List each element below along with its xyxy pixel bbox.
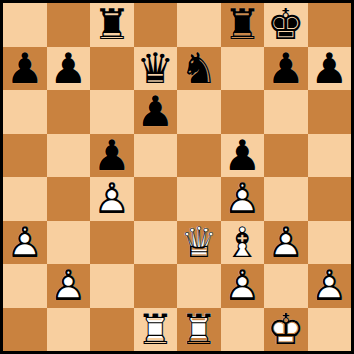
square-a4[interactable] xyxy=(3,177,47,221)
piece-outline-glyph: ♙ xyxy=(6,221,44,264)
square-h7[interactable]: ♟ xyxy=(308,47,352,91)
square-g6[interactable] xyxy=(264,90,308,134)
square-h8[interactable] xyxy=(308,3,352,47)
piece-black-pawn[interactable]: ♟ xyxy=(47,47,91,91)
square-e3[interactable]: ♛♕ xyxy=(177,221,221,265)
square-c5[interactable]: ♟ xyxy=(90,134,134,178)
piece-fill-glyph: ♚ xyxy=(267,3,305,46)
square-a7[interactable]: ♟ xyxy=(3,47,47,91)
piece-white-pawn[interactable]: ♟♙ xyxy=(308,264,352,308)
piece-fill-glyph: ♟ xyxy=(310,47,348,90)
piece-fill-glyph: ♟ xyxy=(93,134,131,177)
square-a6[interactable] xyxy=(3,90,47,134)
square-e1[interactable]: ♜♖ xyxy=(177,308,221,352)
square-b7[interactable]: ♟ xyxy=(47,47,91,91)
piece-outline-glyph: ♔ xyxy=(267,308,305,351)
square-f7[interactable] xyxy=(221,47,265,91)
piece-white-rook[interactable]: ♜♖ xyxy=(177,308,221,352)
square-c8[interactable]: ♜ xyxy=(90,3,134,47)
piece-white-king[interactable]: ♚♔ xyxy=(264,308,308,352)
piece-black-queen[interactable]: ♛ xyxy=(134,47,178,91)
piece-fill-glyph: ♞ xyxy=(180,47,218,90)
square-a8[interactable] xyxy=(3,3,47,47)
square-b5[interactable] xyxy=(47,134,91,178)
piece-white-pawn[interactable]: ♟♙ xyxy=(264,221,308,265)
piece-fill-glyph: ♟ xyxy=(267,47,305,90)
piece-black-pawn[interactable]: ♟ xyxy=(90,134,134,178)
square-b1[interactable] xyxy=(47,308,91,352)
square-e2[interactable] xyxy=(177,264,221,308)
piece-black-pawn[interactable]: ♟ xyxy=(134,90,178,134)
piece-black-rook[interactable]: ♜ xyxy=(221,3,265,47)
piece-fill-glyph: ♛ xyxy=(136,47,174,90)
square-f4[interactable]: ♟♙ xyxy=(221,177,265,221)
piece-black-pawn[interactable]: ♟ xyxy=(221,134,265,178)
piece-white-pawn[interactable]: ♟♙ xyxy=(221,264,265,308)
piece-fill-glyph: ♟ xyxy=(6,47,44,90)
square-d1[interactable]: ♜♖ xyxy=(134,308,178,352)
piece-black-king[interactable]: ♚ xyxy=(264,3,308,47)
square-b8[interactable] xyxy=(47,3,91,47)
piece-outline-glyph: ♙ xyxy=(49,264,87,307)
square-h2[interactable]: ♟♙ xyxy=(308,264,352,308)
piece-outline-glyph: ♙ xyxy=(267,221,305,264)
piece-white-pawn[interactable]: ♟♙ xyxy=(221,177,265,221)
square-b2[interactable]: ♟♙ xyxy=(47,264,91,308)
piece-outline-glyph: ♙ xyxy=(310,264,348,307)
square-h6[interactable] xyxy=(308,90,352,134)
piece-outline-glyph: ♖ xyxy=(136,308,174,351)
piece-outline-glyph: ♕ xyxy=(180,221,218,264)
square-d7[interactable]: ♛ xyxy=(134,47,178,91)
square-h1[interactable] xyxy=(308,308,352,352)
square-b6[interactable] xyxy=(47,90,91,134)
piece-fill-glyph: ♜ xyxy=(93,3,131,46)
square-g2[interactable] xyxy=(264,264,308,308)
piece-black-pawn[interactable]: ♟ xyxy=(3,47,47,91)
piece-black-rook[interactable]: ♜ xyxy=(90,3,134,47)
square-d2[interactable] xyxy=(134,264,178,308)
square-b4[interactable] xyxy=(47,177,91,221)
square-h3[interactable] xyxy=(308,221,352,265)
piece-outline-glyph: ♙ xyxy=(223,177,261,220)
square-g7[interactable]: ♟ xyxy=(264,47,308,91)
piece-fill-glyph: ♟ xyxy=(136,90,174,133)
square-c4[interactable]: ♟♙ xyxy=(90,177,134,221)
square-b3[interactable] xyxy=(47,221,91,265)
square-c1[interactable] xyxy=(90,308,134,352)
square-c2[interactable] xyxy=(90,264,134,308)
piece-fill-glyph: ♜ xyxy=(223,3,261,46)
square-e5[interactable] xyxy=(177,134,221,178)
chess-board: ♜♜♚♟♟♛♞♟♟♟♟♟♟♙♟♙♟♙♛♕♝♗♟♙♟♙♟♙♟♙♜♖♜♖♚♔ xyxy=(0,0,354,354)
square-d8[interactable] xyxy=(134,3,178,47)
piece-black-pawn[interactable]: ♟ xyxy=(308,47,352,91)
square-g3[interactable]: ♟♙ xyxy=(264,221,308,265)
square-f5[interactable]: ♟ xyxy=(221,134,265,178)
square-c3[interactable] xyxy=(90,221,134,265)
square-f8[interactable]: ♜ xyxy=(221,3,265,47)
square-g5[interactable] xyxy=(264,134,308,178)
square-d3[interactable] xyxy=(134,221,178,265)
piece-fill-glyph: ♟ xyxy=(223,134,261,177)
piece-black-knight[interactable]: ♞ xyxy=(177,47,221,91)
piece-white-pawn[interactable]: ♟♙ xyxy=(3,221,47,265)
square-g4[interactable] xyxy=(264,177,308,221)
square-g8[interactable]: ♚ xyxy=(264,3,308,47)
square-e8[interactable] xyxy=(177,3,221,47)
square-c6[interactable] xyxy=(90,90,134,134)
square-a2[interactable] xyxy=(3,264,47,308)
square-f6[interactable] xyxy=(221,90,265,134)
square-c7[interactable] xyxy=(90,47,134,91)
square-a1[interactable] xyxy=(3,308,47,352)
square-d6[interactable]: ♟ xyxy=(134,90,178,134)
square-e6[interactable] xyxy=(177,90,221,134)
square-f3[interactable]: ♝♗ xyxy=(221,221,265,265)
piece-white-pawn[interactable]: ♟♙ xyxy=(90,177,134,221)
square-a3[interactable]: ♟♙ xyxy=(3,221,47,265)
piece-outline-glyph: ♙ xyxy=(93,177,131,220)
piece-black-pawn[interactable]: ♟ xyxy=(264,47,308,91)
piece-outline-glyph: ♙ xyxy=(223,264,261,307)
piece-white-queen[interactable]: ♛♕ xyxy=(177,221,221,265)
square-e7[interactable]: ♞ xyxy=(177,47,221,91)
square-h4[interactable] xyxy=(308,177,352,221)
square-f1[interactable] xyxy=(221,308,265,352)
square-f2[interactable]: ♟♙ xyxy=(221,264,265,308)
square-e4[interactable] xyxy=(177,177,221,221)
piece-outline-glyph: ♗ xyxy=(223,221,261,264)
square-h5[interactable] xyxy=(308,134,352,178)
piece-white-pawn[interactable]: ♟♙ xyxy=(47,264,91,308)
piece-white-bishop[interactable]: ♝♗ xyxy=(221,221,265,265)
square-d5[interactable] xyxy=(134,134,178,178)
piece-fill-glyph: ♟ xyxy=(49,47,87,90)
piece-white-rook[interactable]: ♜♖ xyxy=(134,308,178,352)
square-d4[interactable] xyxy=(134,177,178,221)
square-a5[interactable] xyxy=(3,134,47,178)
square-g1[interactable]: ♚♔ xyxy=(264,308,308,352)
piece-outline-glyph: ♖ xyxy=(180,308,218,351)
